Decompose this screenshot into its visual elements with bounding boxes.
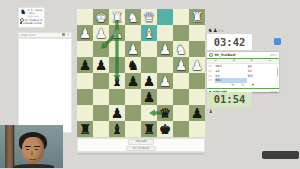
move-number: 14 xyxy=(207,69,215,73)
square-f8[interactable]: ♝ xyxy=(109,121,125,137)
white-pawn-a4[interactable]: ♟ xyxy=(191,57,203,73)
white-dot-icon xyxy=(209,53,213,57)
square-b5[interactable] xyxy=(173,73,189,89)
square-f7[interactable]: ♟ xyxy=(109,105,125,121)
black-rook-h8[interactable]: ♜ xyxy=(79,121,91,137)
square-a2[interactable] xyxy=(189,25,205,41)
square-b6[interactable] xyxy=(173,89,189,105)
clock-top: 03:42 xyxy=(207,34,252,50)
square-e1[interactable]: ♞ xyxy=(125,9,141,25)
black-dot-icon xyxy=(20,22,22,24)
square-b8[interactable] xyxy=(173,121,189,137)
white-king-g1[interactable]: ♚ xyxy=(95,9,107,25)
move-black[interactable] xyxy=(247,78,279,83)
black-pawn-d5[interactable]: ♟ xyxy=(143,73,155,89)
square-f6[interactable] xyxy=(109,89,125,105)
square-g2[interactable]: ♟ xyxy=(93,25,109,41)
black-pawn-h4[interactable]: ♟ xyxy=(79,57,91,73)
square-c1[interactable] xyxy=(157,9,173,25)
black-knight-e4[interactable]: ♞ xyxy=(127,57,139,73)
streamer-eye xyxy=(35,149,38,151)
square-c6[interactable] xyxy=(157,89,173,105)
white-pawn-b4[interactable]: ♟ xyxy=(175,57,187,73)
square-h2[interactable]: ♟ xyxy=(77,25,93,41)
settings-button[interactable] xyxy=(274,38,282,46)
white-pawn-e3[interactable]: ♟ xyxy=(127,41,139,57)
move-nav-icon-2[interactable]: ▶ xyxy=(251,59,253,62)
material-advantage: +1 xyxy=(218,29,224,33)
chat-edit-icon[interactable]: ✎ xyxy=(67,33,70,37)
black-pawn-g4[interactable]: ♟ xyxy=(95,57,107,73)
square-e5[interactable]: ♟ xyxy=(125,73,141,89)
game-action-icon-1[interactable]: ½ xyxy=(241,83,244,87)
black-pawn-f7[interactable]: ♟ xyxy=(111,105,123,121)
move-number: 15 xyxy=(207,74,215,78)
square-e4[interactable]: ♞ xyxy=(125,57,141,73)
move-number: 16 xyxy=(207,78,215,82)
black-pawn-d6[interactable]: ♟ xyxy=(143,89,155,105)
white-pawn-c3[interactable]: ♟ xyxy=(159,41,171,57)
square-a7[interactable]: ♟ xyxy=(189,105,205,121)
game-action-icon-0[interactable]: ⟲ xyxy=(231,83,234,87)
clock-bottom-active: 01:54 xyxy=(207,92,252,108)
move-nav-icon-1[interactable]: ◀ xyxy=(233,59,235,62)
square-a6[interactable] xyxy=(189,89,205,105)
square-d6[interactable]: ♟ xyxy=(141,89,157,105)
move-list-card: Mr_TroiBusf 2117 ⏮◀▶⏭ 13Ne1g414a4h415b4B… xyxy=(207,52,280,92)
square-c8[interactable]: ♚ xyxy=(157,121,173,137)
move-nav-icon-0[interactable]: ⏮ xyxy=(214,59,216,62)
square-g3[interactable] xyxy=(93,41,109,57)
move-number: 13 xyxy=(207,64,215,68)
move-nav-icon-3[interactable]: ⏭ xyxy=(269,59,271,62)
square-b1[interactable] xyxy=(173,9,189,25)
square-d5[interactable]: ♟ xyxy=(141,73,157,89)
square-h4[interactable]: ♟ xyxy=(77,57,93,73)
move-row: 16Bd2 xyxy=(207,78,280,83)
under-board-strip: OiNusBf Mr_TroiBusf xyxy=(77,138,205,152)
square-h8[interactable]: ♜ xyxy=(77,121,93,137)
black-pawn-a7[interactable]: ♟ xyxy=(191,105,203,121)
white-pawn-c5[interactable]: ♟ xyxy=(159,73,171,89)
chess-board[interactable]: ♚♜♞♛♜♟♟♟♝♟♟♞♟♟♞♟♟♝♟♟♟♟♟♛♟♜♝♜♚ xyxy=(77,9,205,137)
square-g8[interactable] xyxy=(93,121,109,137)
streamer-eyebrow xyxy=(34,146,40,147)
square-c7[interactable]: ♛ xyxy=(157,105,173,121)
square-g5[interactable] xyxy=(93,73,109,89)
webcam-overlay xyxy=(0,125,63,168)
square-h1[interactable] xyxy=(77,9,93,25)
square-f4[interactable] xyxy=(109,57,125,73)
square-d4[interactable] xyxy=(141,57,157,73)
stream-overlay-badge: · · · xyxy=(262,151,299,159)
site-logo-icon: ♞ xyxy=(20,9,26,18)
square-g6[interactable] xyxy=(93,89,109,105)
square-g1[interactable]: ♚ xyxy=(93,9,109,25)
square-e3[interactable]: ♟ xyxy=(125,41,141,57)
square-a5[interactable] xyxy=(189,73,205,89)
square-e2[interactable] xyxy=(125,25,141,41)
move-list: 13Ne1g414a4h415b4Bf516Bd2 xyxy=(207,64,280,83)
square-e8[interactable] xyxy=(125,121,141,137)
white-pawn-f2[interactable]: ♟ xyxy=(111,25,123,41)
square-a3[interactable] xyxy=(189,41,205,57)
square-h3[interactable] xyxy=(77,41,93,57)
streamer-shoulders xyxy=(14,164,54,169)
black-queen-c7[interactable]: ♛ xyxy=(159,105,171,121)
white-rook-f1[interactable]: ♜ xyxy=(111,9,123,25)
square-d2[interactable]: ♝ xyxy=(141,25,157,41)
chat-message-area[interactable] xyxy=(18,38,72,133)
chat-title: Chat room xyxy=(21,33,60,37)
black-rook-d8[interactable]: ♜ xyxy=(143,121,155,137)
square-f2[interactable]: ♟ xyxy=(109,25,125,41)
streamer-mouth xyxy=(29,159,36,160)
square-d7[interactable] xyxy=(141,105,157,121)
top-player-name[interactable]: Mr_TroiBusf xyxy=(209,53,270,57)
square-c5[interactable]: ♟ xyxy=(157,73,173,89)
move-card-header: Mr_TroiBusf 2117 xyxy=(207,52,280,59)
move-white[interactable]: Bd2 xyxy=(215,78,247,83)
square-c3[interactable]: ♟ xyxy=(157,41,173,57)
square-e7[interactable] xyxy=(125,105,141,121)
square-b2[interactable] xyxy=(173,25,189,41)
square-b3[interactable]: ♞ xyxy=(173,41,189,57)
top-player-rating: 2117 xyxy=(270,53,277,57)
square-h6[interactable] xyxy=(77,89,93,105)
captured-pieces-bottom: ♝ xyxy=(209,108,214,114)
black-player-link[interactable]: OiNusBf (2123) xyxy=(20,22,43,25)
square-a4[interactable]: ♟ xyxy=(189,57,205,73)
square-d8[interactable]: ♜ xyxy=(141,121,157,137)
white-bishop-d2[interactable]: ♝ xyxy=(143,25,155,41)
white-pawn-g2[interactable]: ♟ xyxy=(95,25,107,41)
black-pawn-e5[interactable]: ♟ xyxy=(127,73,139,89)
square-d1[interactable]: ♛ xyxy=(141,9,157,25)
game-action-icon-2[interactable]: ⚑ xyxy=(251,83,254,87)
square-b7[interactable] xyxy=(173,105,189,121)
white-queen-d1[interactable]: ♛ xyxy=(143,9,155,25)
captured-pieces-top: ♞♟+1 xyxy=(208,27,224,34)
wall-edge xyxy=(14,125,15,168)
square-d3[interactable] xyxy=(141,41,157,57)
square-e6[interactable] xyxy=(125,89,141,105)
black-bishop-f5[interactable]: ♝ xyxy=(111,73,123,89)
under-board-player-top[interactable]: OiNusBf xyxy=(128,139,153,145)
white-knight-e1[interactable]: ♞ xyxy=(127,9,139,25)
under-board-player-bottom[interactable]: Mr_TroiBusf xyxy=(126,146,156,152)
bottom-player-rating: 2123 xyxy=(270,90,277,92)
square-f1[interactable]: ♜ xyxy=(109,9,125,25)
square-f3[interactable] xyxy=(109,41,125,57)
white-knight-b3[interactable]: ♞ xyxy=(175,41,187,57)
square-c2[interactable] xyxy=(157,25,173,41)
black-king-c8[interactable]: ♚ xyxy=(159,121,171,137)
square-a1[interactable]: ♜ xyxy=(189,9,205,25)
white-pawn-h2[interactable]: ♟ xyxy=(79,25,91,41)
horizontal-scrollbar[interactable] xyxy=(77,153,205,155)
square-h7[interactable] xyxy=(77,105,93,121)
white-rook-a1[interactable]: ♜ xyxy=(191,9,203,25)
square-b4[interactable]: ♟ xyxy=(173,57,189,73)
streamer-eyebrow xyxy=(25,146,31,147)
square-g7[interactable] xyxy=(93,105,109,121)
square-a8[interactable] xyxy=(189,121,205,137)
square-g4[interactable]: ♟ xyxy=(93,57,109,73)
square-h5[interactable] xyxy=(77,73,93,89)
black-bishop-f8[interactable]: ♝ xyxy=(111,121,123,137)
game-info-card: ♞ 5+3 • Rated • Blitz right now Mr_TroiB… xyxy=(18,7,45,28)
chat-toggle-checkbox[interactable] xyxy=(62,33,65,36)
square-c4[interactable] xyxy=(157,57,173,73)
square-f5[interactable]: ♝ xyxy=(109,73,125,89)
